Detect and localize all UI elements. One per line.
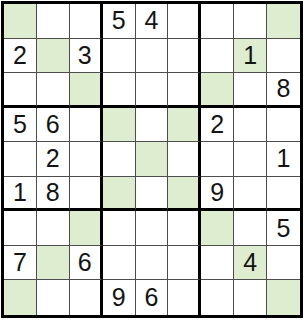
cell-r5c4[interactable]: [103, 142, 136, 177]
given-digit: 4: [145, 8, 159, 33]
cell-r5c2[interactable]: 2: [37, 142, 70, 177]
cell-r8c7[interactable]: [201, 246, 234, 281]
cell-r1c9[interactable]: [267, 4, 300, 39]
cell-r6c4[interactable]: [103, 177, 136, 212]
cell-r2c4[interactable]: [103, 39, 136, 74]
cell-r3c9[interactable]: 8: [267, 73, 300, 108]
cell-r7c1[interactable]: [4, 211, 37, 246]
cell-r4c2[interactable]: 6: [37, 108, 70, 143]
cell-r3c5[interactable]: [136, 73, 169, 108]
cell-r3c2[interactable]: [37, 73, 70, 108]
cell-r8c4[interactable]: [103, 246, 136, 281]
page: 54231856221189576496: [0, 0, 304, 320]
cell-r6c2[interactable]: 8: [37, 177, 70, 212]
cell-r8c8[interactable]: 4: [234, 246, 267, 281]
cell-r7c7[interactable]: [201, 211, 234, 246]
cell-r6c3[interactable]: [70, 177, 103, 212]
cell-r7c5[interactable]: [136, 211, 169, 246]
cell-r5c7[interactable]: [201, 142, 234, 177]
cell-r5c9[interactable]: 1: [267, 142, 300, 177]
cell-r3c7[interactable]: [201, 73, 234, 108]
cell-r4c9[interactable]: [267, 108, 300, 143]
given-digit: 6: [145, 285, 159, 310]
given-digit: 9: [210, 180, 224, 205]
cell-r1c8[interactable]: [234, 4, 267, 39]
cell-r2c8[interactable]: 1: [234, 39, 267, 74]
cell-r2c6[interactable]: [168, 39, 201, 74]
cell-r6c7[interactable]: 9: [201, 177, 234, 212]
cell-r2c9[interactable]: [267, 39, 300, 74]
given-digit: 1: [277, 146, 291, 171]
cell-r7c4[interactable]: [103, 211, 136, 246]
cell-r3c3[interactable]: [70, 73, 103, 108]
given-digit: 8: [46, 180, 60, 205]
cell-r2c1[interactable]: 2: [4, 39, 37, 74]
cell-r6c6[interactable]: [168, 177, 201, 212]
cell-r4c8[interactable]: [234, 108, 267, 143]
given-digit: 2: [13, 43, 27, 68]
cell-r3c1[interactable]: [4, 73, 37, 108]
cell-r1c7[interactable]: [201, 4, 234, 39]
given-digit: 5: [13, 112, 27, 137]
cell-r5c8[interactable]: [234, 142, 267, 177]
cell-r4c1[interactable]: 5: [4, 108, 37, 143]
cell-r9c3[interactable]: [70, 280, 103, 315]
cell-r9c4[interactable]: 9: [103, 280, 136, 315]
cell-r4c6[interactable]: [168, 108, 201, 143]
cell-r6c5[interactable]: [136, 177, 169, 212]
cell-r2c3[interactable]: 3: [70, 39, 103, 74]
cell-r8c6[interactable]: [168, 246, 201, 281]
cell-r7c2[interactable]: [37, 211, 70, 246]
sudoku-board: 54231856221189576496: [1, 1, 303, 318]
cell-r5c3[interactable]: [70, 142, 103, 177]
cell-r4c3[interactable]: [70, 108, 103, 143]
cell-r2c2[interactable]: [37, 39, 70, 74]
given-digit: 5: [277, 216, 291, 241]
given-digit: 2: [210, 112, 224, 137]
cell-r9c9[interactable]: [267, 280, 300, 315]
cell-r5c1[interactable]: [4, 142, 37, 177]
cell-r9c2[interactable]: [37, 280, 70, 315]
given-digit: 5: [112, 8, 126, 33]
cell-r6c1[interactable]: 1: [4, 177, 37, 212]
cell-r8c2[interactable]: [37, 246, 70, 281]
cell-r7c9[interactable]: 5: [267, 211, 300, 246]
cell-r3c6[interactable]: [168, 73, 201, 108]
cell-r3c8[interactable]: [234, 73, 267, 108]
cell-r8c5[interactable]: [136, 246, 169, 281]
cell-r8c9[interactable]: [267, 246, 300, 281]
cell-r1c2[interactable]: [37, 4, 70, 39]
cell-r5c5[interactable]: [136, 142, 169, 177]
given-digit: 1: [13, 180, 27, 205]
given-digit: 1: [243, 43, 257, 68]
given-digit: 7: [13, 250, 27, 275]
given-digit: 3: [78, 43, 92, 68]
cell-r8c3[interactable]: 6: [70, 246, 103, 281]
given-digit: 9: [112, 285, 126, 310]
cell-r2c5[interactable]: [136, 39, 169, 74]
cell-r7c8[interactable]: [234, 211, 267, 246]
cell-r1c4[interactable]: 5: [103, 4, 136, 39]
cell-r1c5[interactable]: 4: [136, 4, 169, 39]
given-digit: 8: [277, 76, 291, 101]
cell-r9c6[interactable]: [168, 280, 201, 315]
cell-r1c3[interactable]: [70, 4, 103, 39]
cell-r4c7[interactable]: 2: [201, 108, 234, 143]
given-digit: 6: [78, 250, 92, 275]
cell-r6c8[interactable]: [234, 177, 267, 212]
cell-r5c6[interactable]: [168, 142, 201, 177]
cell-r7c6[interactable]: [168, 211, 201, 246]
cell-r4c4[interactable]: [103, 108, 136, 143]
cell-r9c1[interactable]: [4, 280, 37, 315]
cell-r1c6[interactable]: [168, 4, 201, 39]
cell-r7c3[interactable]: [70, 211, 103, 246]
cell-r9c5[interactable]: 6: [136, 280, 169, 315]
cell-r4c5[interactable]: [136, 108, 169, 143]
given-digit: 2: [46, 146, 60, 171]
cell-r6c9[interactable]: [267, 177, 300, 212]
cell-r9c8[interactable]: [234, 280, 267, 315]
given-digit: 6: [46, 112, 60, 137]
cell-r8c1[interactable]: 7: [4, 246, 37, 281]
cell-r1c1[interactable]: [4, 4, 37, 39]
given-digit: 4: [243, 250, 257, 275]
cell-r2c7[interactable]: [201, 39, 234, 74]
cell-r9c7[interactable]: [201, 280, 234, 315]
cell-r3c4[interactable]: [103, 73, 136, 108]
